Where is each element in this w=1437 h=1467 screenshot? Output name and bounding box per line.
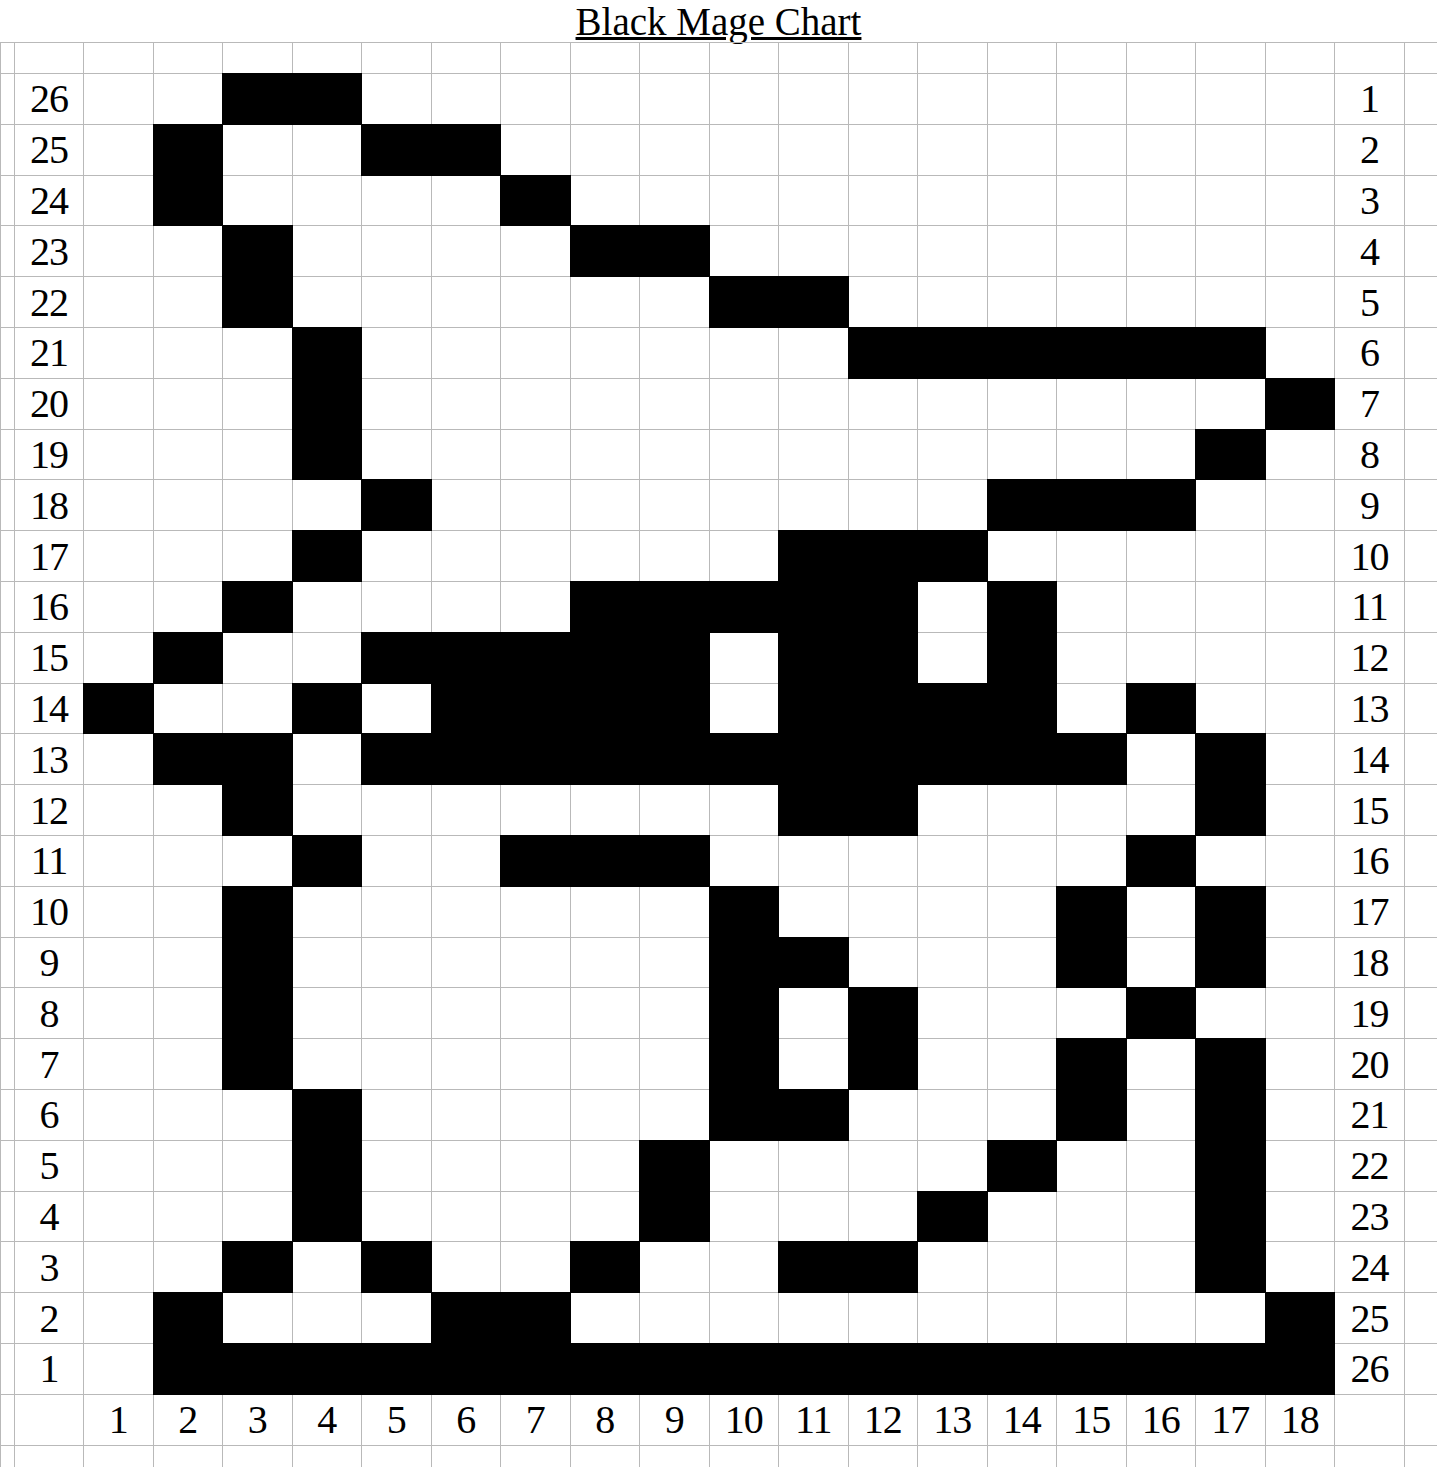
grid-cell xyxy=(849,125,919,176)
grid-cell xyxy=(988,277,1058,328)
row-label-right: 18 xyxy=(1335,938,1405,989)
grid-cell xyxy=(779,1039,849,1090)
grid-cell-filled xyxy=(918,328,988,379)
grid-cell-filled xyxy=(223,938,293,989)
spacer-cell xyxy=(1405,785,1437,836)
grid-cell xyxy=(710,785,780,836)
grid-cell-filled xyxy=(501,734,571,785)
spacer-cell xyxy=(1,1192,15,1243)
grid-cell xyxy=(710,1242,780,1293)
grid-cell xyxy=(779,176,849,227)
grid-cell xyxy=(1266,734,1336,785)
grid-cell xyxy=(918,1141,988,1192)
grid-cell xyxy=(779,988,849,1039)
spacer-cell xyxy=(1405,430,1437,481)
grid-cell xyxy=(1266,1192,1336,1243)
grid-cell xyxy=(1196,531,1266,582)
grid-cell-filled xyxy=(432,734,502,785)
grid-cell xyxy=(849,1293,919,1344)
grid-cell-filled xyxy=(362,1242,432,1293)
grid-cell-filled xyxy=(362,480,432,531)
grid-cell xyxy=(362,379,432,430)
grid-cell xyxy=(154,1192,224,1243)
row-label-right: 25 xyxy=(1335,1293,1405,1344)
grid-cell-filled xyxy=(432,1293,502,1344)
grid-cell xyxy=(640,1293,710,1344)
grid-cell xyxy=(223,1141,293,1192)
grid-cell xyxy=(779,379,849,430)
spacer-cell xyxy=(1405,1344,1437,1395)
grid-cell xyxy=(640,277,710,328)
spacer-cell xyxy=(1405,938,1437,989)
grid-cell xyxy=(710,1293,780,1344)
row-label-left: 14 xyxy=(15,684,84,735)
grid-cell xyxy=(154,379,224,430)
grid-cell xyxy=(710,226,780,277)
spacer-cell xyxy=(15,1446,84,1467)
grid-cell xyxy=(154,430,224,481)
grid-cell xyxy=(293,1039,363,1090)
row-label-right: 13 xyxy=(1335,684,1405,735)
grid-cell-filled xyxy=(223,277,293,328)
col-label: 12 xyxy=(849,1395,919,1446)
grid-cell xyxy=(988,836,1058,887)
grid-cell-filled xyxy=(779,633,849,684)
grid-cell xyxy=(918,176,988,227)
grid-cell xyxy=(362,836,432,887)
grid-cell xyxy=(571,430,641,481)
row-label-right: 14 xyxy=(1335,734,1405,785)
grid-cell-filled xyxy=(223,785,293,836)
grid-cell-filled xyxy=(1057,1090,1127,1141)
grid-cell xyxy=(432,226,502,277)
spacer-cell xyxy=(1057,1446,1127,1467)
grid-cell-filled xyxy=(710,887,780,938)
grid-cell xyxy=(501,74,571,125)
col-label: 10 xyxy=(710,1395,780,1446)
col-label: 4 xyxy=(293,1395,363,1446)
grid-cell xyxy=(640,430,710,481)
grid-cell xyxy=(223,480,293,531)
grid-cell xyxy=(432,1039,502,1090)
grid-cell xyxy=(1057,684,1127,735)
grid-cell-filled xyxy=(293,430,363,481)
grid-cell-filled xyxy=(779,1242,849,1293)
col-label: 14 xyxy=(988,1395,1058,1446)
grid-cell xyxy=(154,988,224,1039)
row-label-left: 2 xyxy=(15,1293,84,1344)
spacer-cell xyxy=(1,1090,15,1141)
grid-cell xyxy=(501,582,571,633)
spacer-cell xyxy=(154,1446,224,1467)
spacer-cell xyxy=(1405,1293,1437,1344)
spacer-cell xyxy=(362,1446,432,1467)
grid-cell xyxy=(293,277,363,328)
grid-cell xyxy=(1127,887,1197,938)
grid-cell-filled xyxy=(849,1039,919,1090)
spacer-cell xyxy=(710,43,780,74)
grid-cell-filled xyxy=(849,684,919,735)
spacer-cell xyxy=(432,43,502,74)
grid-cell xyxy=(640,1242,710,1293)
spacer-cell xyxy=(1405,379,1437,430)
spacer-cell xyxy=(1,836,15,887)
grid-cell-filled xyxy=(849,531,919,582)
spacer-cell xyxy=(779,1446,849,1467)
spacer-cell xyxy=(571,43,641,74)
col-label: 9 xyxy=(640,1395,710,1446)
grid-cell-filled xyxy=(1057,480,1127,531)
grid-cell xyxy=(223,328,293,379)
spacer-cell xyxy=(154,43,224,74)
grid-cell xyxy=(849,74,919,125)
grid-cell-filled xyxy=(1057,887,1127,938)
grid-cell-filled xyxy=(293,1344,363,1395)
grid-cell xyxy=(432,277,502,328)
spacer-cell xyxy=(223,1446,293,1467)
row-label-right: 17 xyxy=(1335,887,1405,938)
grid-cell-filled xyxy=(640,1192,710,1243)
grid-cell xyxy=(710,1141,780,1192)
grid-cell xyxy=(154,531,224,582)
spacer-cell xyxy=(1405,328,1437,379)
grid-cell xyxy=(432,1242,502,1293)
grid-cell-filled xyxy=(223,74,293,125)
grid-cell xyxy=(154,1090,224,1141)
grid-cell xyxy=(710,74,780,125)
grid-cell-filled xyxy=(710,582,780,633)
grid-cell-filled xyxy=(293,1090,363,1141)
grid-cell-filled xyxy=(710,938,780,989)
grid-cell xyxy=(988,938,1058,989)
grid-cell xyxy=(918,379,988,430)
grid-cell xyxy=(918,785,988,836)
grid-cell xyxy=(1266,582,1336,633)
grid-cell xyxy=(918,633,988,684)
grid-cell xyxy=(918,582,988,633)
grid-cell-filled xyxy=(293,74,363,125)
grid-cell xyxy=(1127,74,1197,125)
grid-cell xyxy=(1196,684,1266,735)
grid-cell xyxy=(293,1293,363,1344)
grid-cell xyxy=(1127,379,1197,430)
grid-cell xyxy=(640,988,710,1039)
grid-cell xyxy=(223,531,293,582)
grid-cell-filled xyxy=(918,531,988,582)
grid-cell-filled xyxy=(1127,480,1197,531)
row-label-left: 22 xyxy=(15,277,84,328)
grid-cell-filled xyxy=(501,836,571,887)
spacer-cell xyxy=(1405,125,1437,176)
grid-cell xyxy=(849,1090,919,1141)
grid-cell xyxy=(571,785,641,836)
grid-cell xyxy=(1127,734,1197,785)
grid-cell xyxy=(84,74,154,125)
grid-cell xyxy=(362,531,432,582)
grid-cell xyxy=(501,277,571,328)
spacer-cell xyxy=(1405,633,1437,684)
grid-cell xyxy=(988,1192,1058,1243)
grid-cell xyxy=(779,328,849,379)
grid-cell-filled xyxy=(988,1141,1058,1192)
grid-cell xyxy=(362,328,432,379)
grid-cell xyxy=(501,328,571,379)
row-label-right: 1 xyxy=(1335,74,1405,125)
grid-cell xyxy=(918,277,988,328)
grid-cell xyxy=(1196,226,1266,277)
grid-cell xyxy=(293,582,363,633)
grid-cell-filled xyxy=(988,328,1058,379)
grid-cell xyxy=(154,277,224,328)
row-label-left: 21 xyxy=(15,328,84,379)
grid-cell xyxy=(223,633,293,684)
grid-cell xyxy=(988,74,1058,125)
grid-cell xyxy=(710,176,780,227)
spacer-cell xyxy=(1405,1039,1437,1090)
grid-cell xyxy=(501,1090,571,1141)
row-label-right: 5 xyxy=(1335,277,1405,328)
grid-cell xyxy=(293,176,363,227)
grid-cell-filled xyxy=(154,734,224,785)
grid-cell-filled xyxy=(640,836,710,887)
grid-cell-filled xyxy=(154,633,224,684)
spacer-cell xyxy=(1405,480,1437,531)
spacer-cell xyxy=(1335,1446,1405,1467)
grid-cell xyxy=(1266,988,1336,1039)
grid-cell xyxy=(1127,531,1197,582)
grid-cell-filled xyxy=(1196,1344,1266,1395)
spacer-cell xyxy=(1405,1395,1437,1446)
grid-cell-filled xyxy=(1057,1039,1127,1090)
grid-cell-filled xyxy=(293,684,363,735)
grid-cell xyxy=(571,887,641,938)
grid-cell-filled xyxy=(988,734,1058,785)
grid-cell xyxy=(501,1192,571,1243)
grid-cell xyxy=(501,226,571,277)
grid-cell-filled xyxy=(710,277,780,328)
grid-cell-filled xyxy=(640,734,710,785)
grid-cell xyxy=(84,633,154,684)
grid-cell-filled xyxy=(779,531,849,582)
col-label: 13 xyxy=(918,1395,988,1446)
grid-cell xyxy=(1127,633,1197,684)
grid-cell xyxy=(571,74,641,125)
grid-cell xyxy=(918,1090,988,1141)
grid-cell xyxy=(84,734,154,785)
row-label-left: 9 xyxy=(15,938,84,989)
grid-cell xyxy=(779,1141,849,1192)
grid-cell xyxy=(1057,1242,1127,1293)
spacer-cell xyxy=(918,1446,988,1467)
grid-cell xyxy=(571,176,641,227)
col-label: 17 xyxy=(1196,1395,1266,1446)
spacer-cell xyxy=(1196,1446,1266,1467)
grid-cell xyxy=(1266,480,1336,531)
spacer-cell xyxy=(501,1446,571,1467)
spacer-cell xyxy=(1,785,15,836)
spacer-cell xyxy=(1,379,15,430)
row-label-right: 3 xyxy=(1335,176,1405,227)
grid-cell-filled xyxy=(223,1344,293,1395)
grid-cell xyxy=(362,785,432,836)
row-label-right: 26 xyxy=(1335,1344,1405,1395)
grid-cell xyxy=(154,684,224,735)
grid-cell-filled xyxy=(1196,734,1266,785)
grid-cell xyxy=(710,633,780,684)
grid-cell xyxy=(501,1242,571,1293)
grid-cell-filled xyxy=(223,734,293,785)
grid-cell xyxy=(1196,277,1266,328)
row-label-left: 6 xyxy=(15,1090,84,1141)
grid-cell xyxy=(1196,836,1266,887)
row-label-left: 5 xyxy=(15,1141,84,1192)
grid-cell xyxy=(293,785,363,836)
grid-cell xyxy=(1266,836,1336,887)
grid-cell xyxy=(1266,785,1336,836)
grid-cell xyxy=(1266,1039,1336,1090)
row-label-left: 4 xyxy=(15,1192,84,1243)
spacer-cell xyxy=(1057,43,1127,74)
grid-cell-filled xyxy=(432,125,502,176)
grid-cell xyxy=(84,1344,154,1395)
grid-cell xyxy=(710,836,780,887)
row-label-left: 16 xyxy=(15,582,84,633)
grid-cell xyxy=(84,1090,154,1141)
grid-cell-filled xyxy=(293,836,363,887)
row-label-right: 2 xyxy=(1335,125,1405,176)
grid-cell xyxy=(154,74,224,125)
grid-cell xyxy=(1266,328,1336,379)
grid-cell xyxy=(84,125,154,176)
grid-cell xyxy=(362,684,432,735)
grid-cell-filled xyxy=(1196,328,1266,379)
row-label-left: 20 xyxy=(15,379,84,430)
spacer-cell xyxy=(1,734,15,785)
grid-cell xyxy=(432,480,502,531)
grid-cell xyxy=(84,1039,154,1090)
spacer-cell xyxy=(1,176,15,227)
grid-cell xyxy=(849,379,919,430)
grid-cell xyxy=(223,1192,293,1243)
grid-cell-filled xyxy=(571,734,641,785)
grid-cell xyxy=(710,125,780,176)
grid-cell-filled xyxy=(918,1192,988,1243)
spacer-cell xyxy=(1196,43,1266,74)
col-label: 7 xyxy=(501,1395,571,1446)
grid-cell-filled xyxy=(1266,379,1336,430)
grid-cell-filled xyxy=(640,226,710,277)
spacer-cell xyxy=(1266,1446,1336,1467)
grid-cell xyxy=(571,1090,641,1141)
grid-cell xyxy=(84,277,154,328)
spacer-cell xyxy=(779,43,849,74)
grid-cell-filled xyxy=(1196,938,1266,989)
spacer-cell xyxy=(1405,582,1437,633)
grid-cell-filled xyxy=(1057,938,1127,989)
grid-cell xyxy=(84,582,154,633)
grid-cell xyxy=(84,988,154,1039)
grid-cell-filled xyxy=(640,1141,710,1192)
grid-cell xyxy=(432,430,502,481)
grid-cell xyxy=(571,125,641,176)
grid-cell xyxy=(501,887,571,938)
row-label-left: 23 xyxy=(15,226,84,277)
row-label-left: 17 xyxy=(15,531,84,582)
spacer-cell xyxy=(1,887,15,938)
col-label: 15 xyxy=(1057,1395,1127,1446)
grid-cell xyxy=(918,125,988,176)
grid-cell xyxy=(293,125,363,176)
grid-cell xyxy=(84,226,154,277)
pattern-grid: 2612522432342252162071981891710161115121… xyxy=(0,42,1437,1467)
grid-cell xyxy=(1196,988,1266,1039)
spacer-cell xyxy=(849,43,919,74)
grid-cell-filled xyxy=(1196,1141,1266,1192)
grid-cell xyxy=(1196,480,1266,531)
grid-cell-filled xyxy=(223,582,293,633)
spacer-cell xyxy=(571,1446,641,1467)
row-label-right: 11 xyxy=(1335,582,1405,633)
grid-cell xyxy=(154,1242,224,1293)
grid-cell xyxy=(1266,1242,1336,1293)
grid-cell-filled xyxy=(849,1242,919,1293)
grid-cell-filled xyxy=(640,1344,710,1395)
grid-cell xyxy=(988,1090,1058,1141)
grid-cell xyxy=(154,1039,224,1090)
spacer-cell xyxy=(293,43,363,74)
spacer-cell xyxy=(710,1446,780,1467)
grid-cell xyxy=(1057,988,1127,1039)
spacer-cell xyxy=(1,430,15,481)
spacer-cell xyxy=(1405,1446,1437,1467)
grid-cell xyxy=(362,1293,432,1344)
spacer-cell xyxy=(1405,1090,1437,1141)
col-label: 3 xyxy=(223,1395,293,1446)
grid-cell-filled xyxy=(640,684,710,735)
grid-cell-filled xyxy=(362,1344,432,1395)
grid-cell xyxy=(154,785,224,836)
grid-cell xyxy=(1266,74,1336,125)
grid-cell-filled xyxy=(571,684,641,735)
grid-cell xyxy=(362,226,432,277)
grid-cell xyxy=(1057,125,1127,176)
row-label-right: 16 xyxy=(1335,836,1405,887)
grid-cell xyxy=(223,836,293,887)
grid-cell xyxy=(571,277,641,328)
grid-cell xyxy=(918,1293,988,1344)
grid-cell xyxy=(918,480,988,531)
grid-cell-filled xyxy=(849,785,919,836)
grid-cell xyxy=(571,531,641,582)
chart-title-text: Black Mage Chart xyxy=(576,0,862,43)
grid-cell xyxy=(154,887,224,938)
grid-cell xyxy=(1127,1090,1197,1141)
grid-cell-filled xyxy=(779,582,849,633)
grid-cell xyxy=(84,785,154,836)
grid-cell xyxy=(640,379,710,430)
grid-cell xyxy=(84,480,154,531)
spacer-cell xyxy=(1,277,15,328)
grid-cell xyxy=(1057,74,1127,125)
grid-cell-filled xyxy=(1127,328,1197,379)
grid-cell-filled xyxy=(501,1293,571,1344)
grid-cell xyxy=(154,480,224,531)
row-label-left: 1 xyxy=(15,1344,84,1395)
grid-cell xyxy=(779,836,849,887)
grid-cell xyxy=(154,226,224,277)
spacer-cell xyxy=(1405,176,1437,227)
grid-cell xyxy=(362,1192,432,1243)
